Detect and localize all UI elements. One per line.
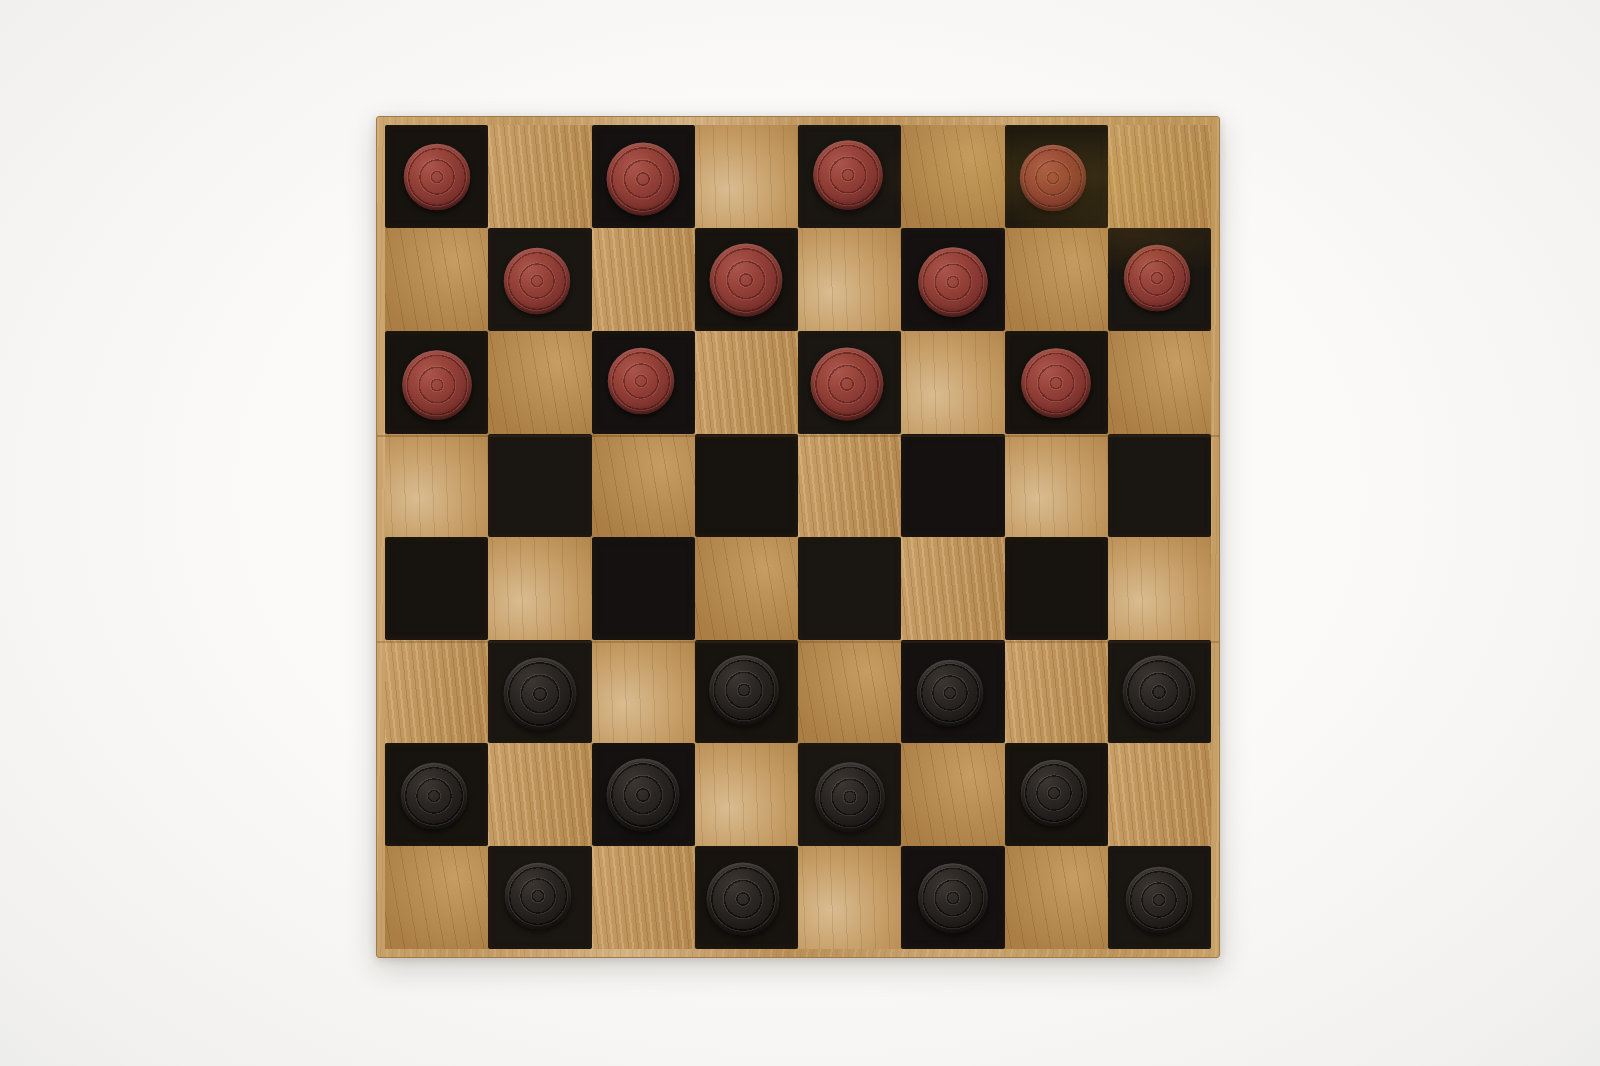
dark-square-7-1[interactable]: [385, 743, 488, 846]
light-square-7-6: [901, 743, 1004, 846]
dark-square-7-3[interactable]: [592, 743, 695, 846]
dark-square-3-5[interactable]: [798, 331, 901, 434]
light-square-1-6: [901, 125, 1004, 228]
dark-square-6-8[interactable]: [1108, 640, 1211, 743]
red-piece[interactable]: [918, 247, 988, 317]
red-piece[interactable]: [1020, 144, 1087, 211]
dark-square-6-2[interactable]: [488, 640, 591, 743]
dark-square-5-7[interactable]: [1005, 537, 1108, 640]
dark-square-5-3[interactable]: [592, 537, 695, 640]
black-piece[interactable]: [503, 657, 576, 730]
light-square-5-4: [695, 537, 798, 640]
black-piece[interactable]: [505, 862, 572, 929]
light-square-6-7: [1005, 640, 1108, 743]
light-square-8-3: [592, 846, 695, 949]
red-piece[interactable]: [710, 243, 783, 316]
light-square-1-4: [695, 125, 798, 228]
dark-square-1-1[interactable]: [385, 125, 488, 228]
light-square-4-1: [385, 434, 488, 537]
dark-square-6-6[interactable]: [901, 640, 1004, 743]
dark-square-2-8[interactable]: [1108, 228, 1211, 331]
light-square-7-8: [1108, 743, 1211, 846]
red-piece[interactable]: [813, 140, 883, 210]
dark-square-2-4[interactable]: [695, 228, 798, 331]
red-piece[interactable]: [607, 142, 680, 215]
dark-square-1-5[interactable]: [798, 125, 901, 228]
light-square-5-2: [488, 537, 591, 640]
dark-square-4-2[interactable]: [488, 434, 591, 537]
light-square-6-3: [592, 640, 695, 743]
light-square-3-8: [1108, 331, 1211, 434]
dark-square-8-4[interactable]: [695, 846, 798, 949]
dark-square-1-7[interactable]: [1005, 125, 1108, 228]
light-square-2-5: [798, 228, 901, 331]
light-square-3-6: [901, 331, 1004, 434]
light-square-2-3: [592, 228, 695, 331]
light-square-8-1: [385, 846, 488, 949]
black-piece[interactable]: [1123, 655, 1196, 728]
black-piece[interactable]: [707, 862, 780, 935]
black-piece[interactable]: [710, 655, 780, 725]
dark-square-4-8[interactable]: [1108, 434, 1211, 537]
dark-square-3-3[interactable]: [592, 331, 695, 434]
light-square-3-2: [488, 331, 591, 434]
board-grid: [385, 125, 1211, 949]
red-piece[interactable]: [1124, 244, 1191, 311]
light-square-6-5: [798, 640, 901, 743]
light-square-2-1: [385, 228, 488, 331]
light-square-1-8: [1108, 125, 1211, 228]
dark-square-7-7[interactable]: [1005, 743, 1108, 846]
dark-square-4-4[interactable]: [695, 434, 798, 537]
dark-square-1-3[interactable]: [592, 125, 695, 228]
light-square-2-7: [1005, 228, 1108, 331]
light-square-6-1: [385, 640, 488, 743]
black-piece[interactable]: [917, 659, 984, 726]
light-square-1-2: [488, 125, 591, 228]
dark-square-3-7[interactable]: [1005, 331, 1108, 434]
red-piece[interactable]: [402, 350, 472, 420]
light-square-4-3: [592, 434, 695, 537]
red-piece[interactable]: [1021, 348, 1091, 418]
dark-square-4-6[interactable]: [901, 434, 1004, 537]
light-square-3-4: [695, 331, 798, 434]
light-square-4-7: [1005, 434, 1108, 537]
light-square-7-2: [488, 743, 591, 846]
dark-square-3-1[interactable]: [385, 331, 488, 434]
black-piece[interactable]: [1126, 866, 1193, 933]
dark-square-5-5[interactable]: [798, 537, 901, 640]
dark-square-7-5[interactable]: [798, 743, 901, 846]
dark-square-8-2[interactable]: [488, 846, 591, 949]
light-square-8-5: [798, 846, 901, 949]
dark-square-2-2[interactable]: [488, 228, 591, 331]
checkers-board: [376, 116, 1220, 958]
red-piece[interactable]: [810, 347, 883, 420]
dark-square-8-6[interactable]: [901, 846, 1004, 949]
red-piece[interactable]: [608, 347, 675, 414]
dark-square-2-6[interactable]: [901, 228, 1004, 331]
light-square-8-7: [1005, 846, 1108, 949]
red-piece[interactable]: [403, 143, 470, 210]
photo-backdrop: [0, 0, 1600, 1066]
dark-square-5-1[interactable]: [385, 537, 488, 640]
light-square-7-4: [695, 743, 798, 846]
black-piece[interactable]: [815, 762, 885, 832]
dark-square-8-8[interactable]: [1108, 846, 1211, 949]
light-square-5-8: [1108, 537, 1211, 640]
light-square-4-5: [798, 434, 901, 537]
black-piece[interactable]: [607, 758, 680, 831]
black-piece[interactable]: [918, 863, 988, 933]
red-piece[interactable]: [504, 247, 571, 314]
black-piece[interactable]: [1021, 759, 1088, 826]
dark-square-6-4[interactable]: [695, 640, 798, 743]
black-piece[interactable]: [400, 762, 467, 829]
light-square-5-6: [901, 537, 1004, 640]
